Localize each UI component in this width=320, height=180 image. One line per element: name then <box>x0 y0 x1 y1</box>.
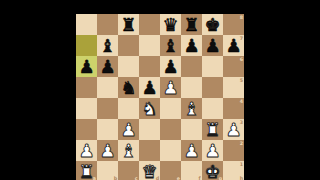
square-d2[interactable] <box>139 140 160 161</box>
square-c7[interactable] <box>118 35 139 56</box>
square-g6[interactable] <box>202 56 223 77</box>
black-pawn[interactable]: ♟ <box>76 56 97 77</box>
square-h3[interactable]: 3♟ <box>223 119 244 140</box>
file-label-f: f <box>199 176 201 180</box>
square-g8[interactable]: ♚ <box>202 14 223 35</box>
square-f4[interactable]: ♝ <box>181 98 202 119</box>
white-king[interactable]: ♚ <box>202 161 223 180</box>
square-e8[interactable]: ♛ <box>160 14 181 35</box>
square-c3[interactable]: ♟ <box>118 119 139 140</box>
square-h8[interactable]: 8 <box>223 14 244 35</box>
square-h1[interactable]: 1h <box>223 161 244 180</box>
letterboxed-stage: ♜♛♜♚8♝♝♟♟7♟♟♟♟6♞♟♟5♞♝4♟♜3♟♟♟♝♟♟2a♜bcd♛ef… <box>0 0 320 180</box>
square-d8[interactable] <box>139 14 160 35</box>
square-h2[interactable]: 2 <box>223 140 244 161</box>
square-c4[interactable] <box>118 98 139 119</box>
black-bishop[interactable]: ♝ <box>160 35 181 56</box>
black-bishop[interactable]: ♝ <box>97 35 118 56</box>
white-rook[interactable]: ♜ <box>202 119 223 140</box>
black-pawn[interactable]: ♟ <box>202 35 223 56</box>
white-pawn[interactable]: ♟ <box>181 140 202 161</box>
square-d6[interactable] <box>139 56 160 77</box>
square-h5[interactable]: 5 <box>223 77 244 98</box>
rank-label-2: 2 <box>240 141 243 146</box>
rank-label-8: 8 <box>240 15 243 20</box>
rank-label-1: 1 <box>240 162 243 167</box>
white-knight[interactable]: ♞ <box>139 98 160 119</box>
square-e7[interactable]: ♝ <box>160 35 181 56</box>
square-f7[interactable]: ♟ <box>181 35 202 56</box>
square-b4[interactable] <box>97 98 118 119</box>
black-pawn[interactable]: ♟ <box>139 77 160 98</box>
white-bishop[interactable]: ♝ <box>118 140 139 161</box>
square-f3[interactable] <box>181 119 202 140</box>
white-pawn[interactable]: ♟ <box>223 119 244 140</box>
square-e3[interactable] <box>160 119 181 140</box>
square-d4[interactable]: ♞ <box>139 98 160 119</box>
square-c5[interactable]: ♞ <box>118 77 139 98</box>
square-d1[interactable]: d♛ <box>139 161 160 180</box>
square-a3[interactable] <box>76 119 97 140</box>
square-c8[interactable]: ♜ <box>118 14 139 35</box>
rank-label-5: 5 <box>240 78 243 83</box>
white-pawn[interactable]: ♟ <box>202 140 223 161</box>
square-a5[interactable] <box>76 77 97 98</box>
white-bishop[interactable]: ♝ <box>181 98 202 119</box>
square-a2[interactable]: ♟ <box>76 140 97 161</box>
file-label-e: e <box>177 176 180 180</box>
white-rook[interactable]: ♜ <box>76 161 97 180</box>
white-pawn[interactable]: ♟ <box>97 140 118 161</box>
black-pawn[interactable]: ♟ <box>223 35 244 56</box>
square-b6[interactable]: ♟ <box>97 56 118 77</box>
square-a6[interactable]: ♟ <box>76 56 97 77</box>
square-f6[interactable] <box>181 56 202 77</box>
square-g7[interactable]: ♟ <box>202 35 223 56</box>
black-pawn[interactable]: ♟ <box>97 56 118 77</box>
square-f1[interactable]: f <box>181 161 202 180</box>
square-b1[interactable]: b <box>97 161 118 180</box>
square-e1[interactable]: e <box>160 161 181 180</box>
file-label-c: c <box>135 176 138 180</box>
file-label-h: h <box>240 176 243 180</box>
square-b5[interactable] <box>97 77 118 98</box>
square-h7[interactable]: 7♟ <box>223 35 244 56</box>
square-f2[interactable]: ♟ <box>181 140 202 161</box>
white-queen[interactable]: ♛ <box>139 161 160 180</box>
white-pawn[interactable]: ♟ <box>76 140 97 161</box>
square-g4[interactable] <box>202 98 223 119</box>
square-g1[interactable]: g♚ <box>202 161 223 180</box>
black-knight[interactable]: ♞ <box>118 77 139 98</box>
square-g5[interactable] <box>202 77 223 98</box>
white-pawn[interactable]: ♟ <box>160 77 181 98</box>
square-g3[interactable]: ♜ <box>202 119 223 140</box>
square-b7[interactable]: ♝ <box>97 35 118 56</box>
square-f8[interactable]: ♜ <box>181 14 202 35</box>
square-c1[interactable]: c <box>118 161 139 180</box>
black-queen[interactable]: ♛ <box>160 14 181 35</box>
square-b8[interactable] <box>97 14 118 35</box>
square-h6[interactable]: 6 <box>223 56 244 77</box>
square-b2[interactable]: ♟ <box>97 140 118 161</box>
chess-board: ♜♛♜♚8♝♝♟♟7♟♟♟♟6♞♟♟5♞♝4♟♜3♟♟♟♝♟♟2a♜bcd♛ef… <box>76 14 244 180</box>
square-d5[interactable]: ♟ <box>139 77 160 98</box>
black-rook[interactable]: ♜ <box>118 14 139 35</box>
square-e5[interactable]: ♟ <box>160 77 181 98</box>
square-e6[interactable]: ♟ <box>160 56 181 77</box>
square-a7[interactable] <box>76 35 97 56</box>
black-pawn[interactable]: ♟ <box>181 35 202 56</box>
square-b3[interactable] <box>97 119 118 140</box>
rank-label-6: 6 <box>240 57 243 62</box>
square-d3[interactable] <box>139 119 160 140</box>
square-c6[interactable] <box>118 56 139 77</box>
square-e2[interactable] <box>160 140 181 161</box>
square-d7[interactable] <box>139 35 160 56</box>
square-a1[interactable]: a♜ <box>76 161 97 180</box>
black-king[interactable]: ♚ <box>202 14 223 35</box>
rank-label-4: 4 <box>240 99 243 104</box>
white-pawn[interactable]: ♟ <box>118 119 139 140</box>
square-f5[interactable] <box>181 77 202 98</box>
black-rook[interactable]: ♜ <box>181 14 202 35</box>
file-label-b: b <box>114 176 117 180</box>
square-h4[interactable]: 4 <box>223 98 244 119</box>
square-e4[interactable] <box>160 98 181 119</box>
black-pawn[interactable]: ♟ <box>160 56 181 77</box>
square-c2[interactable]: ♝ <box>118 140 139 161</box>
square-a4[interactable] <box>76 98 97 119</box>
square-a8[interactable] <box>76 14 97 35</box>
square-g2[interactable]: ♟ <box>202 140 223 161</box>
